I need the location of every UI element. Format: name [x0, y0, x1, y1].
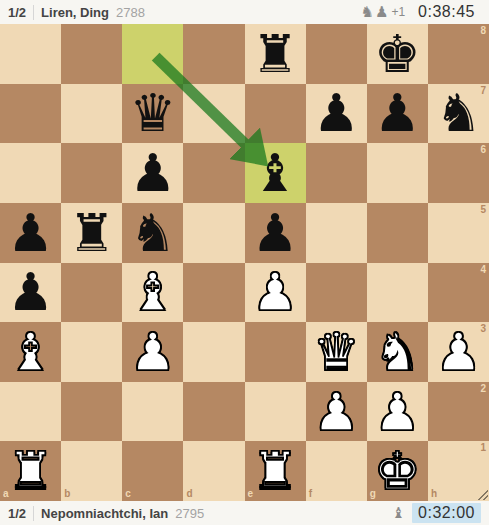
- square-f6[interactable]: [306, 143, 367, 203]
- square-c8[interactable]: [122, 24, 183, 84]
- coord-file-d: d: [186, 489, 192, 499]
- black-king[interactable]: ♚: [367, 24, 428, 84]
- square-g4[interactable]: [367, 263, 428, 323]
- top-captured-material: ♞♟+1: [361, 5, 406, 20]
- square-a6[interactable]: [0, 143, 61, 203]
- coord-file-b: b: [64, 489, 70, 499]
- top-player-rating: 2788: [116, 5, 145, 20]
- square-f4[interactable]: [306, 263, 367, 323]
- square-h3[interactable]: ♟3: [428, 322, 489, 382]
- black-pawn[interactable]: ♟: [367, 84, 428, 144]
- square-g6[interactable]: [367, 143, 428, 203]
- coord-file-f: f: [309, 489, 312, 499]
- square-c4[interactable]: ♝: [122, 263, 183, 323]
- square-c7[interactable]: ♛: [122, 84, 183, 144]
- square-d2[interactable]: [183, 382, 244, 442]
- square-c1[interactable]: c: [122, 441, 183, 501]
- black-pawn[interactable]: ♟: [0, 263, 61, 323]
- black-pawn[interactable]: ♟: [306, 84, 367, 144]
- coord-rank-2: 2: [480, 384, 486, 394]
- square-d3[interactable]: [183, 322, 244, 382]
- square-h5[interactable]: 5: [428, 203, 489, 263]
- square-h7[interactable]: ♞7: [428, 84, 489, 144]
- square-f5[interactable]: [306, 203, 367, 263]
- square-g3[interactable]: ♞: [367, 322, 428, 382]
- square-h8[interactable]: 8: [428, 24, 489, 84]
- square-e2[interactable]: [245, 382, 306, 442]
- top-player-score: 1/2: [8, 5, 26, 20]
- board-resize-handle[interactable]: [476, 488, 488, 500]
- bar-divider: [33, 5, 34, 20]
- square-e8[interactable]: ♜: [245, 24, 306, 84]
- square-c3[interactable]: ♟: [122, 322, 183, 382]
- chess-broadcast-window: 1/2 Liren, Ding 2788 ♞♟+1 0:38:45 ♜♚8♛♟♟…: [0, 0, 489, 525]
- coord-file-c: c: [125, 489, 131, 499]
- white-bishop[interactable]: ♝: [0, 322, 61, 382]
- square-d6[interactable]: [183, 143, 244, 203]
- square-c5[interactable]: ♞: [122, 203, 183, 263]
- white-pawn[interactable]: ♟: [122, 322, 183, 382]
- square-h4[interactable]: 4: [428, 263, 489, 323]
- coord-file-h: h: [431, 489, 437, 499]
- white-king[interactable]: ♚: [367, 441, 428, 501]
- square-a2[interactable]: [0, 382, 61, 442]
- square-e6[interactable]: ♝: [245, 143, 306, 203]
- bar-divider: [33, 506, 34, 521]
- square-h2[interactable]: 2: [428, 382, 489, 442]
- white-pawn[interactable]: ♟: [245, 263, 306, 323]
- pawn-icon: ♟: [375, 5, 388, 20]
- material-advantage: +1: [391, 6, 405, 18]
- square-f1[interactable]: f: [306, 441, 367, 501]
- top-player-bar: 1/2 Liren, Ding 2788 ♞♟+1 0:38:45: [0, 0, 489, 24]
- coord-rank-4: 4: [480, 265, 486, 275]
- square-g5[interactable]: [367, 203, 428, 263]
- square-d5[interactable]: [183, 203, 244, 263]
- square-h6[interactable]: 6: [428, 143, 489, 203]
- square-f2[interactable]: ♟: [306, 382, 367, 442]
- white-bishop[interactable]: ♝: [122, 263, 183, 323]
- square-b5[interactable]: ♜: [61, 203, 122, 263]
- square-b7[interactable]: [61, 84, 122, 144]
- white-pawn[interactable]: ♟: [306, 382, 367, 442]
- black-queen[interactable]: ♛: [122, 84, 183, 144]
- coord-rank-5: 5: [480, 205, 486, 215]
- white-rook[interactable]: ♜: [0, 441, 61, 501]
- square-b1[interactable]: b: [61, 441, 122, 501]
- square-a1[interactable]: ♜a: [0, 441, 61, 501]
- square-g2[interactable]: ♟: [367, 382, 428, 442]
- top-player-clock: 0:38:45: [412, 2, 481, 22]
- square-b3[interactable]: [61, 322, 122, 382]
- square-a5[interactable]: ♟: [0, 203, 61, 263]
- black-bishop[interactable]: ♝: [245, 143, 306, 203]
- coord-rank-8: 8: [480, 26, 486, 36]
- bottom-captured-material: ♝: [392, 506, 405, 521]
- black-pawn[interactable]: ♟: [0, 203, 61, 263]
- square-g7[interactable]: ♟: [367, 84, 428, 144]
- square-e3[interactable]: [245, 322, 306, 382]
- bottom-player-bar: 1/2 Nepomniachtchi, Ian 2795 ♝ 0:32:00: [0, 501, 489, 525]
- square-a7[interactable]: [0, 84, 61, 144]
- square-g8[interactable]: ♚: [367, 24, 428, 84]
- square-g1[interactable]: ♚g: [367, 441, 428, 501]
- black-rook[interactable]: ♜: [245, 24, 306, 84]
- square-f8[interactable]: [306, 24, 367, 84]
- white-pawn[interactable]: ♟: [428, 322, 489, 382]
- bottom-player-name[interactable]: Nepomniachtchi, Ian: [41, 506, 168, 521]
- top-player-name[interactable]: Liren, Ding: [41, 5, 109, 20]
- square-a3[interactable]: ♝: [0, 322, 61, 382]
- square-b4[interactable]: [61, 263, 122, 323]
- chess-board[interactable]: ♜♚8♛♟♟♞7♟♝6♟♜♞♟5♟♝♟4♝♟♛♞♟3♟♟2♜abcd♜ef♚gh…: [0, 24, 489, 501]
- square-f3[interactable]: ♛: [306, 322, 367, 382]
- square-c6[interactable]: ♟: [122, 143, 183, 203]
- square-d7[interactable]: [183, 84, 244, 144]
- square-a8[interactable]: [0, 24, 61, 84]
- square-f7[interactable]: ♟: [306, 84, 367, 144]
- square-c2[interactable]: [122, 382, 183, 442]
- square-b6[interactable]: [61, 143, 122, 203]
- white-knight[interactable]: ♞: [367, 322, 428, 382]
- coord-rank-6: 6: [480, 145, 486, 155]
- bottom-player-rating: 2795: [175, 506, 204, 521]
- bishop-icon: ♝: [392, 506, 405, 521]
- coord-rank-1: 1: [480, 443, 486, 453]
- square-d8[interactable]: [183, 24, 244, 84]
- black-knight[interactable]: ♞: [122, 203, 183, 263]
- black-knight[interactable]: ♞: [428, 84, 489, 144]
- bottom-player-score: 1/2: [8, 506, 26, 521]
- square-e7[interactable]: [245, 84, 306, 144]
- square-e1[interactable]: ♜e: [245, 441, 306, 501]
- square-d4[interactable]: [183, 263, 244, 323]
- square-e5[interactable]: ♟: [245, 203, 306, 263]
- bottom-player-clock: 0:32:00: [412, 503, 481, 523]
- black-pawn[interactable]: ♟: [245, 203, 306, 263]
- white-pawn[interactable]: ♟: [367, 382, 428, 442]
- square-d1[interactable]: d: [183, 441, 244, 501]
- black-rook[interactable]: ♜: [61, 203, 122, 263]
- square-e4[interactable]: ♟: [245, 263, 306, 323]
- square-b8[interactable]: [61, 24, 122, 84]
- white-queen[interactable]: ♛: [306, 322, 367, 382]
- square-a4[interactable]: ♟: [0, 263, 61, 323]
- white-rook[interactable]: ♜: [245, 441, 306, 501]
- knight-icon: ♞: [361, 5, 374, 20]
- square-b2[interactable]: [61, 382, 122, 442]
- black-pawn[interactable]: ♟: [122, 143, 183, 203]
